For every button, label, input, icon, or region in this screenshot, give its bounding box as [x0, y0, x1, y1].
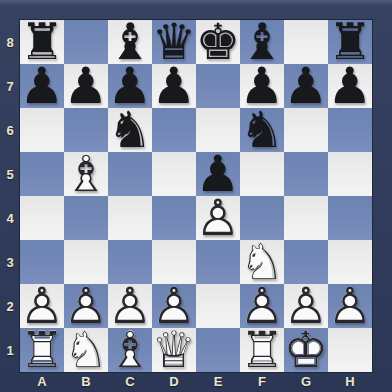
piece-black-pawn[interactable]: ♟	[328, 64, 372, 108]
white-pawn-outline-icon: ♙	[196, 196, 240, 240]
square-h6[interactable]	[328, 108, 372, 152]
piece-black-king[interactable]: ♚	[196, 20, 240, 64]
file-label-g: G	[284, 371, 328, 392]
black-pawn-icon: ♟	[284, 64, 328, 108]
square-b1[interactable]: ♞♘	[64, 328, 108, 372]
square-a4[interactable]	[20, 196, 64, 240]
piece-white-bishop[interactable]: ♝♗	[64, 152, 108, 196]
black-pawn-icon: ♟	[20, 64, 64, 108]
square-d7[interactable]: ♟	[152, 64, 196, 108]
black-pawn-icon: ♟	[152, 64, 196, 108]
square-b5[interactable]: ♝♗	[64, 152, 108, 196]
square-c4[interactable]	[108, 196, 152, 240]
file-label-c: C	[108, 371, 152, 392]
square-f6[interactable]: ♞	[240, 108, 284, 152]
white-bishop-outline-icon: ♗	[64, 152, 108, 196]
chess-board: ♜♝♛♚♝♜♟♟♟♟♟♟♟♞♞♝♗♟♟♙♞♘♟♙♟♙♟♙♟♙♟♙♟♙♟♙♜♖♞♘…	[20, 20, 372, 372]
square-e8[interactable]: ♚	[196, 20, 240, 64]
square-h4[interactable]	[328, 196, 372, 240]
chess-board-frame: ♜♝♛♚♝♜♟♟♟♟♟♟♟♞♞♝♗♟♟♙♞♘♟♙♟♙♟♙♟♙♟♙♟♙♟♙♜♖♞♘…	[0, 0, 392, 392]
white-pawn-outline-icon: ♙	[328, 284, 372, 328]
square-g6[interactable]	[284, 108, 328, 152]
piece-black-knight[interactable]: ♞	[240, 108, 284, 152]
piece-white-king[interactable]: ♚♔	[284, 328, 328, 372]
file-label-e: E	[196, 371, 240, 392]
rank-label-6: 6	[0, 108, 20, 152]
square-e2[interactable]	[196, 284, 240, 328]
square-e1[interactable]	[196, 328, 240, 372]
square-e7[interactable]	[196, 64, 240, 108]
square-d5[interactable]	[152, 152, 196, 196]
file-label-f: F	[240, 371, 284, 392]
square-b7[interactable]: ♟	[64, 64, 108, 108]
square-a1[interactable]: ♜♖	[20, 328, 64, 372]
square-g7[interactable]: ♟	[284, 64, 328, 108]
square-h2[interactable]: ♟♙	[328, 284, 372, 328]
piece-white-rook[interactable]: ♜♖	[20, 328, 64, 372]
rank-label-3: 3	[0, 240, 20, 284]
square-g4[interactable]	[284, 196, 328, 240]
file-label-a: A	[20, 371, 64, 392]
black-pawn-icon: ♟	[64, 64, 108, 108]
black-king-icon: ♚	[196, 20, 240, 64]
white-queen-outline-icon: ♕	[152, 328, 196, 372]
white-rook-outline-icon: ♖	[240, 328, 284, 372]
square-b4[interactable]	[64, 196, 108, 240]
square-c6[interactable]: ♞	[108, 108, 152, 152]
square-g5[interactable]	[284, 152, 328, 196]
square-c1[interactable]: ♝♗	[108, 328, 152, 372]
square-e3[interactable]	[196, 240, 240, 284]
piece-white-queen[interactable]: ♛♕	[152, 328, 196, 372]
piece-white-pawn[interactable]: ♟♙	[328, 284, 372, 328]
piece-white-bishop[interactable]: ♝♗	[108, 328, 152, 372]
square-c5[interactable]	[108, 152, 152, 196]
piece-black-pawn[interactable]: ♟	[64, 64, 108, 108]
piece-white-rook[interactable]: ♜♖	[240, 328, 284, 372]
black-knight-icon: ♞	[108, 108, 152, 152]
white-knight-outline-icon: ♘	[64, 328, 108, 372]
black-knight-icon: ♞	[240, 108, 284, 152]
file-label-h: H	[328, 371, 372, 392]
piece-black-knight[interactable]: ♞	[108, 108, 152, 152]
file-label-d: D	[152, 371, 196, 392]
white-rook-outline-icon: ♖	[20, 328, 64, 372]
rank-label-1: 1	[0, 328, 20, 372]
square-h1[interactable]	[328, 328, 372, 372]
square-g1[interactable]: ♚♔	[284, 328, 328, 372]
piece-black-pawn[interactable]: ♟	[284, 64, 328, 108]
square-d1[interactable]: ♛♕	[152, 328, 196, 372]
square-h7[interactable]: ♟	[328, 64, 372, 108]
rank-label-5: 5	[0, 152, 20, 196]
piece-black-pawn[interactable]: ♟	[152, 64, 196, 108]
square-f1[interactable]: ♜♖	[240, 328, 284, 372]
square-d4[interactable]	[152, 196, 196, 240]
square-a5[interactable]	[20, 152, 64, 196]
piece-white-knight[interactable]: ♞♘	[64, 328, 108, 372]
black-pawn-icon: ♟	[328, 64, 372, 108]
file-label-b: B	[64, 371, 108, 392]
rank-label-8: 8	[0, 20, 20, 64]
square-h5[interactable]	[328, 152, 372, 196]
square-f5[interactable]	[240, 152, 284, 196]
piece-black-pawn[interactable]: ♟	[20, 64, 64, 108]
white-king-outline-icon: ♔	[284, 328, 328, 372]
square-a7[interactable]: ♟	[20, 64, 64, 108]
rank-label-7: 7	[0, 64, 20, 108]
rank-label-2: 2	[0, 284, 20, 328]
square-a6[interactable]	[20, 108, 64, 152]
rank-label-4: 4	[0, 196, 20, 240]
white-bishop-outline-icon: ♗	[108, 328, 152, 372]
square-e4[interactable]: ♟♙	[196, 196, 240, 240]
piece-white-pawn[interactable]: ♟♙	[196, 196, 240, 240]
square-d6[interactable]	[152, 108, 196, 152]
